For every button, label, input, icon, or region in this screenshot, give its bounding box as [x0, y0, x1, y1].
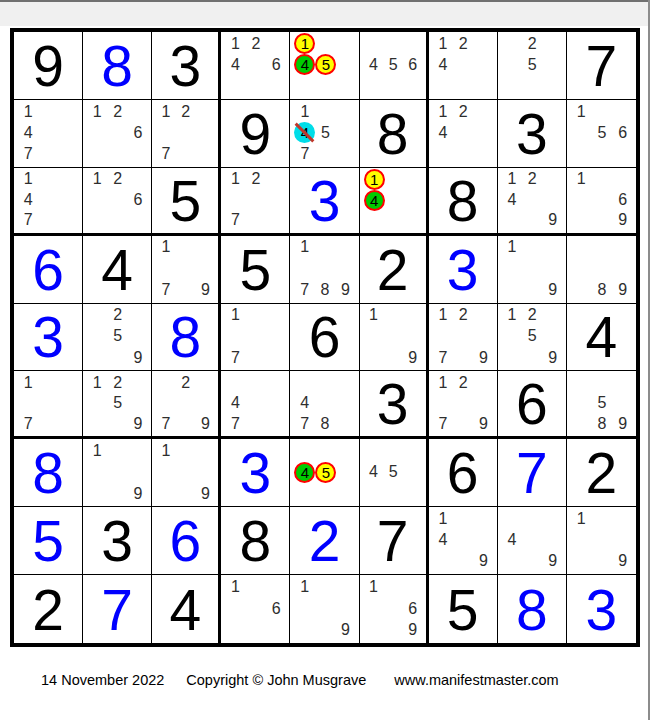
candidate-2: 2	[528, 307, 537, 323]
cell-r1c8[interactable]: 25	[498, 32, 567, 100]
candidate-slot-9	[266, 414, 286, 435]
candidate-slot-6: 6	[128, 122, 148, 143]
cell-r8c8[interactable]: 49	[498, 507, 567, 575]
candidate-slot-2	[592, 372, 613, 393]
candidate-1: 1	[577, 511, 586, 527]
candidate-8: 8	[597, 282, 606, 298]
candidate-1: 1	[369, 307, 378, 323]
candidate-slot-2	[385, 169, 404, 190]
candidate-slot-8	[107, 210, 127, 231]
cell-r9c2[interactable]: 7	[83, 575, 152, 643]
candidate-5: 5	[597, 395, 606, 411]
candidate-4: 4	[24, 125, 33, 141]
candidate-slot-2: 2	[453, 101, 473, 122]
candidate-slot-1: 1	[156, 101, 176, 122]
candidate-5: 5	[389, 464, 398, 480]
cell-r2c5[interactable]: 1457	[290, 100, 359, 168]
cell-r1c3[interactable]: 3	[152, 32, 221, 100]
candidate-slot-2	[246, 372, 266, 393]
candidate-slot-2: 2	[176, 372, 196, 393]
candidate-slot-2: 2	[107, 169, 127, 190]
candidate-slot-7: 7	[156, 414, 176, 435]
candidate-2: 2	[528, 171, 537, 187]
candidate-slot-5	[592, 258, 613, 279]
candidate-slot-2	[383, 576, 403, 598]
candidate-slot-5	[522, 258, 542, 279]
candidate-slot-3	[403, 305, 423, 326]
cell-r9c3[interactable]: 4	[152, 575, 221, 643]
cell-r2c6[interactable]: 8	[360, 100, 429, 168]
cell-r9c1[interactable]: 2	[14, 575, 83, 643]
cell-r9c8[interactable]: 8	[498, 575, 567, 643]
pencil-marks: 1249	[502, 169, 563, 231]
solved-digit-blue: 3	[240, 445, 272, 502]
candidate-slot-6	[543, 54, 563, 75]
candidate-slot-8: 8	[592, 414, 613, 435]
candidate-slot-6	[196, 393, 216, 414]
candidate-slot-7	[433, 551, 453, 572]
cell-r7c4[interactable]: 3	[221, 439, 290, 507]
candidate-slot-8	[453, 414, 473, 435]
candidate-slot-1: 1	[87, 101, 107, 122]
pencil-marks: 45	[294, 440, 355, 504]
cell-r7c5[interactable]: 45	[290, 439, 359, 507]
pencil-marks: 149	[433, 508, 494, 572]
candidate-7: 7	[300, 282, 309, 298]
candidate-slot-2	[246, 576, 266, 598]
cell-r7c1[interactable]: 8	[14, 439, 83, 507]
candidate-slot-3	[403, 576, 423, 598]
cell-r6c5[interactable]: 478	[290, 371, 359, 439]
candidate-slot-9	[266, 347, 286, 368]
candidate-slot-7: 7	[294, 143, 315, 164]
candidate-slot-5	[315, 258, 335, 279]
cell-r3c9[interactable]: 169	[567, 168, 636, 236]
candidate-slot-3	[266, 372, 286, 393]
candidate-slot-3	[473, 372, 493, 393]
cell-r1c5[interactable]: 145	[290, 32, 359, 100]
candidate-2: 2	[459, 375, 468, 391]
candidate-slot-1: 1	[364, 576, 384, 598]
cell-r6c9[interactable]: 589	[567, 371, 636, 439]
candidate-slot-1	[294, 440, 315, 461]
candidate-slot-4	[225, 598, 245, 620]
candidate-slot-4	[571, 258, 592, 279]
candidate-slot-2: 2	[107, 372, 127, 393]
cell-r6c3[interactable]: 279	[152, 371, 221, 439]
candidate-slot-3	[336, 440, 355, 461]
candidate-7: 7	[231, 416, 240, 432]
candidate-slot-5	[246, 54, 266, 75]
candidate-1: 1	[438, 36, 447, 52]
cell-r6c2[interactable]: 1259	[83, 371, 152, 439]
candidate-5-yellow-highlight: 5	[315, 54, 336, 75]
candidate-slot-7	[502, 76, 522, 97]
candidate-slot-3	[128, 440, 148, 461]
candidate-1: 1	[24, 375, 33, 391]
candidate-4: 4	[369, 57, 378, 73]
candidate-slot-6	[335, 258, 355, 279]
candidate-slot-2	[176, 440, 196, 461]
candidate-slot-3	[196, 101, 216, 122]
cell-r6c4[interactable]: 47	[221, 371, 290, 439]
pencil-marks: 19	[571, 508, 633, 572]
candidate-1: 1	[300, 239, 309, 255]
cell-r4c9[interactable]: 89	[567, 236, 636, 304]
cell-r1c6[interactable]: 456	[360, 32, 429, 100]
solved-digit-black: 5	[240, 242, 272, 299]
candidate-9: 9	[408, 350, 417, 366]
candidate-2: 2	[113, 307, 122, 323]
pencil-marks: 169	[364, 576, 423, 641]
candidate-slot-1	[156, 372, 176, 393]
cell-r5c1[interactable]: 3	[14, 304, 83, 372]
cell-r4c4[interactable]: 5	[221, 236, 290, 304]
candidate-1: 1	[231, 171, 240, 187]
pencil-marks: 127	[156, 101, 215, 165]
candidate-slot-7: 7	[225, 210, 245, 231]
cell-r3c3[interactable]: 5	[152, 168, 221, 236]
candidate-slot-4	[364, 326, 384, 347]
cell-r8c1[interactable]: 5	[14, 507, 83, 575]
candidate-slot-9: 9	[196, 483, 216, 504]
candidate-slot-7: 7	[18, 414, 38, 435]
candidate-slot-5	[107, 189, 127, 210]
candidate-5: 5	[113, 328, 122, 344]
solved-digit-black: 8	[240, 513, 272, 570]
candidate-6: 6	[272, 601, 281, 617]
cell-r3c6[interactable]: 14	[360, 168, 429, 236]
solved-digit-black: 2	[32, 582, 64, 639]
candidate-slot-4	[225, 189, 245, 210]
cell-r3c4[interactable]: 127	[221, 168, 290, 236]
candidate-slot-1: 1	[18, 101, 38, 122]
candidate-slot-5: 5	[522, 54, 542, 75]
cell-r5c9[interactable]: 4	[567, 304, 636, 372]
candidate-slot-4	[156, 393, 176, 414]
cell-r2c4[interactable]: 9	[221, 100, 290, 168]
candidate-slot-5	[453, 530, 473, 551]
candidate-slot-2: 2	[522, 305, 542, 326]
candidate-1: 1	[162, 104, 171, 120]
candidate-4: 4	[231, 395, 240, 411]
candidate-slot-2	[38, 372, 58, 393]
candidate-slot-3	[473, 33, 493, 54]
cell-r7c7[interactable]: 6	[429, 439, 498, 507]
cell-r8c9[interactable]: 19	[567, 507, 636, 575]
candidate-slot-7	[364, 76, 384, 97]
candidate-1: 1	[507, 307, 516, 323]
cell-r8c3[interactable]: 6	[152, 507, 221, 575]
cell-r9c4[interactable]: 16	[221, 575, 290, 643]
candidate-slot-6	[612, 258, 633, 279]
cell-r3c2[interactable]: 126	[83, 168, 152, 236]
candidate-slot-9	[59, 143, 79, 164]
cell-r5c7[interactable]: 1279	[429, 304, 498, 372]
cell-r9c5[interactable]: 19	[290, 575, 359, 643]
cell-r8c7[interactable]: 149	[429, 507, 498, 575]
candidate-7: 7	[231, 212, 240, 228]
cell-r5c5[interactable]: 6	[290, 304, 359, 372]
candidate-slot-2	[592, 237, 613, 258]
cell-r7c6[interactable]: 45	[360, 439, 429, 507]
candidate-slot-3	[128, 305, 148, 326]
candidate-slot-9	[266, 210, 286, 231]
candidate-slot-1: 1	[18, 169, 38, 190]
pencil-marks: 17	[18, 372, 79, 434]
solved-digit-black: 9	[32, 38, 64, 95]
candidate-slot-2	[522, 237, 542, 258]
candidate-slot-8	[383, 619, 403, 641]
candidate-slot-9	[128, 143, 148, 164]
cell-r8c2[interactable]: 3	[83, 507, 152, 575]
cell-r4c2[interactable]: 4	[83, 236, 152, 304]
pencil-marks: 279	[156, 372, 215, 434]
candidate-slot-7	[364, 483, 384, 504]
cell-r4c3[interactable]: 179	[152, 236, 221, 304]
candidate-slot-7	[571, 210, 592, 231]
candidate-slot-6	[336, 54, 355, 75]
candidate-slot-7	[433, 76, 453, 97]
cell-r5c3[interactable]: 8	[152, 304, 221, 372]
solved-digit-blue: 3	[586, 582, 618, 639]
candidate-slot-5	[453, 122, 473, 143]
candidate-slot-9: 9	[335, 619, 355, 641]
cell-r5c4[interactable]: 17	[221, 304, 290, 372]
candidate-1: 1	[577, 171, 586, 187]
candidate-slot-4: 4	[433, 54, 453, 75]
candidate-7: 7	[162, 282, 171, 298]
cell-r3c5[interactable]: 3	[290, 168, 359, 236]
cell-r1c7[interactable]: 124	[429, 32, 498, 100]
pencil-marks: 19	[294, 576, 355, 641]
candidate-slot-3	[543, 237, 563, 258]
candidate-2: 2	[459, 104, 468, 120]
candidate-slot-4	[156, 122, 176, 143]
candidate-6: 6	[134, 192, 143, 208]
candidate-slot-7: 7	[433, 347, 453, 368]
candidate-slot-6	[404, 190, 423, 211]
candidate-slot-8	[453, 76, 473, 97]
candidate-slot-3	[543, 508, 563, 529]
candidate-slot-2: 2	[522, 169, 542, 190]
candidate-slot-5: 5	[315, 462, 336, 483]
candidate-slot-7	[571, 143, 592, 164]
cell-r9c7[interactable]: 5	[429, 575, 498, 643]
candidate-9: 9	[201, 486, 210, 502]
cell-r5c6[interactable]: 19	[360, 304, 429, 372]
candidate-9: 9	[548, 350, 557, 366]
cell-r4c1[interactable]: 6	[14, 236, 83, 304]
candidate-slot-6	[128, 326, 148, 347]
candidate-9: 9	[548, 212, 557, 228]
candidate-slot-8	[176, 279, 196, 300]
solved-digit-blue: 6	[169, 513, 201, 570]
pencil-marks: 478	[294, 372, 355, 434]
candidate-slot-3	[403, 33, 423, 54]
solved-digit-blue: 8	[32, 445, 64, 502]
candidate-slot-6	[335, 122, 355, 143]
candidate-slot-1: 1	[87, 169, 107, 190]
solved-digit-black: 4	[101, 242, 133, 299]
candidate-slot-6	[196, 122, 216, 143]
candidate-4: 4	[300, 395, 309, 411]
candidate-slot-1: 1	[433, 305, 453, 326]
candidate-1: 1	[231, 307, 240, 323]
solved-digit-black: 3	[377, 376, 409, 433]
candidate-6: 6	[618, 125, 627, 141]
candidate-slot-5	[246, 393, 266, 414]
candidate-slot-8	[315, 619, 335, 641]
candidate-slot-3	[403, 440, 423, 461]
cell-r6c8[interactable]: 6	[498, 371, 567, 439]
solved-digit-black: 6	[309, 309, 341, 366]
candidate-slot-4	[502, 258, 522, 279]
cell-r7c2[interactable]: 19	[83, 439, 152, 507]
cell-r9c6[interactable]: 169	[360, 575, 429, 643]
candidate-slot-3	[612, 101, 633, 122]
candidate-2: 2	[113, 104, 122, 120]
candidate-slot-1	[571, 237, 592, 258]
candidate-slot-5	[246, 598, 266, 620]
cell-r2c1[interactable]: 147	[14, 100, 83, 168]
cell-r3c1[interactable]: 147	[14, 168, 83, 236]
cell-r8c5[interactable]: 2	[290, 507, 359, 575]
candidate-slot-2	[383, 440, 403, 461]
candidate-slot-5: 5	[107, 393, 127, 414]
candidate-slot-7: 7	[294, 279, 314, 300]
candidate-slot-5	[453, 54, 473, 75]
cell-r2c3[interactable]: 127	[152, 100, 221, 168]
cell-r8c6[interactable]: 7	[360, 507, 429, 575]
candidate-slot-8	[522, 279, 542, 300]
candidate-slot-8	[38, 143, 58, 164]
candidate-slot-2	[592, 508, 613, 529]
candidate-slot-4: 4	[502, 189, 522, 210]
solved-digit-blue: 6	[32, 242, 64, 299]
candidate-slot-5: 5	[315, 122, 335, 143]
cell-r2c9[interactable]: 156	[567, 100, 636, 168]
candidate-slot-5: 5	[315, 54, 336, 75]
candidate-slot-8	[522, 210, 542, 231]
cell-r4c5[interactable]: 1789	[290, 236, 359, 304]
cell-r1c4[interactable]: 1246	[221, 32, 290, 100]
candidate-slot-5	[522, 189, 542, 210]
candidate-slot-8	[453, 347, 473, 368]
candidate-slot-3	[59, 372, 79, 393]
cell-r5c8[interactable]: 1259	[498, 304, 567, 372]
cell-r2c7[interactable]: 124	[429, 100, 498, 168]
candidate-slot-2: 2	[453, 305, 473, 326]
solved-digit-black: 6	[447, 445, 479, 502]
pencil-marks: 16	[225, 576, 286, 641]
cell-r1c2[interactable]: 8	[83, 32, 152, 100]
candidate-slot-4: 4	[433, 530, 453, 551]
cell-r7c9[interactable]: 2	[567, 439, 636, 507]
cell-r2c2[interactable]: 126	[83, 100, 152, 168]
pencil-marks: 49	[502, 508, 563, 572]
cell-r3c8[interactable]: 1249	[498, 168, 567, 236]
cell-r6c7[interactable]: 1279	[429, 371, 498, 439]
candidate-slot-6	[543, 258, 563, 279]
candidate-slot-4	[225, 326, 245, 347]
top-gray-band	[0, 0, 650, 26]
pencil-marks: 89	[571, 237, 633, 301]
cell-r3c7[interactable]: 8	[429, 168, 498, 236]
candidate-slot-3	[612, 372, 633, 393]
candidate-slot-1: 1	[433, 372, 453, 393]
candidate-slot-8: 8	[315, 279, 335, 300]
solved-digit-black: 5	[447, 582, 479, 639]
candidate-slot-2: 2	[107, 101, 127, 122]
candidate-slot-4: 4	[294, 393, 314, 414]
candidate-slot-5	[383, 326, 403, 347]
candidate-6: 6	[408, 57, 417, 73]
candidate-slot-2	[176, 237, 196, 258]
candidate-slot-3	[543, 169, 563, 190]
candidate-4-green-highlight: 4	[294, 462, 315, 483]
candidate-slot-4: 4	[225, 54, 245, 75]
candidate-slot-4	[364, 598, 384, 620]
cell-r6c6[interactable]: 3	[360, 371, 429, 439]
candidate-slot-3	[196, 237, 216, 258]
candidate-slot-3	[128, 372, 148, 393]
candidate-slot-4	[502, 326, 522, 347]
cell-r8c4[interactable]: 8	[221, 507, 290, 575]
candidate-slot-9	[473, 76, 493, 97]
candidate-slot-2: 2	[246, 33, 266, 54]
candidate-slot-9: 9	[196, 414, 216, 435]
cell-r1c9[interactable]: 7	[567, 32, 636, 100]
cell-r4c7[interactable]: 3	[429, 236, 498, 304]
cell-r5c2[interactable]: 259	[83, 304, 152, 372]
cell-r2c8[interactable]: 3	[498, 100, 567, 168]
solved-digit-blue: 2	[309, 513, 341, 570]
cell-r7c3[interactable]: 19	[152, 439, 221, 507]
candidate-slot-5: 5	[107, 326, 127, 347]
pencil-marks: 1789	[294, 237, 355, 301]
candidate-slot-2	[383, 305, 403, 326]
cell-r1c1[interactable]: 9	[14, 32, 83, 100]
candidate-6: 6	[134, 125, 143, 141]
candidate-slot-9: 9	[612, 551, 633, 572]
candidate-slot-2	[315, 576, 335, 598]
cell-r7c8[interactable]: 7	[498, 439, 567, 507]
candidate-slot-1	[87, 305, 107, 326]
solved-digit-black: 7	[377, 513, 409, 570]
candidate-slot-9	[335, 143, 355, 164]
cell-r6c1[interactable]: 17	[14, 371, 83, 439]
candidate-slot-8	[107, 143, 127, 164]
candidate-slot-4	[87, 462, 107, 483]
candidate-slot-1: 1	[433, 508, 453, 529]
cell-r4c8[interactable]: 19	[498, 236, 567, 304]
cell-r4c6[interactable]: 2	[360, 236, 429, 304]
candidate-slot-4	[294, 258, 314, 279]
footer-website: www.manifestmaster.com	[394, 672, 558, 688]
candidate-slot-6	[543, 189, 563, 210]
candidate-slot-5: 5	[383, 462, 403, 483]
candidate-7: 7	[300, 416, 309, 432]
candidate-2: 2	[528, 36, 537, 52]
footer: 14 November 2022 Copyright © John Musgra…	[41, 671, 559, 689]
cell-r9c9[interactable]: 3	[567, 575, 636, 643]
pencil-marks: 1279	[433, 372, 494, 434]
candidate-slot-2	[592, 101, 613, 122]
candidate-slot-7	[87, 347, 107, 368]
candidate-1: 1	[369, 579, 378, 595]
candidate-5: 5	[528, 328, 537, 344]
